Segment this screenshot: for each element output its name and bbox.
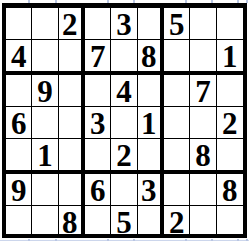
cell-r7c5[interactable] [111,174,137,206]
cell-r3c8[interactable] [190,40,216,75]
cell-r6c4[interactable] [85,139,111,174]
cell-r4c3[interactable] [59,75,85,107]
cell-r7c2[interactable] [32,174,58,206]
cell-r7c9[interactable]: 8 [217,174,243,206]
cell-r3c4[interactable]: 7 [85,40,111,75]
given-digit: 7 [195,76,211,107]
cell-r7c6[interactable]: 3 [138,174,164,206]
sudoku-board: 235478194763121289638852 [2,3,247,238]
cell-r6c6[interactable] [138,139,164,174]
cell-r3c9[interactable]: 1 [217,40,243,75]
cell-r5c9[interactable]: 2 [217,107,243,139]
spreadsheet-gridline-tick [237,0,239,3]
cell-r4c5[interactable]: 4 [111,75,137,107]
cell-r6c8[interactable]: 8 [190,139,216,174]
cell-r8c5[interactable]: 5 [111,206,137,238]
given-digit: 8 [195,140,211,171]
given-digit: 1 [37,140,53,171]
cell-r8c4[interactable] [85,206,111,238]
spreadsheet-gridline-tick [246,0,248,3]
cell-r6c9[interactable] [217,139,243,174]
spreadsheet-gridline-tick [211,0,213,3]
cell-r3c2[interactable] [32,40,58,75]
cell-r8c3[interactable]: 8 [59,206,85,238]
spreadsheet-gridline-tick [28,0,30,3]
given-digit: 2 [222,108,238,139]
given-digit: 4 [116,76,132,107]
cell-r2c8[interactable] [190,8,216,40]
given-digit: 9 [11,175,27,206]
cell-r3c3[interactable] [59,40,85,75]
cell-r4c6[interactable] [138,75,164,107]
cell-r2c2[interactable] [32,8,58,40]
given-digit: 8 [62,207,78,238]
cell-r5c4[interactable]: 3 [85,107,111,139]
cell-r3c5[interactable] [111,40,137,75]
cell-r5c5[interactable] [111,107,137,139]
cell-r2c5[interactable]: 3 [111,8,137,40]
cell-r6c1[interactable] [6,139,32,174]
given-digit: 6 [11,108,27,139]
given-digit: 1 [141,108,157,139]
cell-r2c7[interactable]: 5 [164,8,190,40]
spreadsheet-gridline-tick [133,0,135,3]
given-digit: 1 [222,41,238,72]
cell-r8c7[interactable]: 2 [164,206,190,238]
cell-r5c8[interactable] [190,107,216,139]
sudoku-screenshot: 235478194763121289638852 [0,0,249,241]
given-digit: 9 [37,76,53,107]
cell-r2c9[interactable] [217,8,243,40]
cell-r5c7[interactable] [164,107,190,139]
cell-r7c8[interactable] [190,174,216,206]
given-digit: 2 [116,140,132,171]
spreadsheet-gridline-tick [185,0,187,3]
cell-r4c2[interactable]: 9 [32,75,58,107]
cell-r2c4[interactable] [85,8,111,40]
cell-r7c4[interactable]: 6 [85,174,111,206]
cell-r8c2[interactable] [32,206,58,238]
cell-r3c6[interactable]: 8 [138,40,164,75]
given-digit: 4 [11,41,27,72]
cell-r2c1[interactable] [6,8,32,40]
cell-r4c1[interactable] [6,75,32,107]
cell-r5c2[interactable] [32,107,58,139]
given-digit: 2 [169,207,185,238]
cell-r6c5[interactable]: 2 [111,139,137,174]
cell-r6c3[interactable] [59,139,85,174]
given-digit: 3 [116,9,132,40]
cell-r2c6[interactable] [138,8,164,40]
cell-r5c6[interactable]: 1 [138,107,164,139]
cell-r4c8[interactable]: 7 [190,75,216,107]
cell-r6c2[interactable]: 1 [32,139,58,174]
cell-r4c4[interactable] [85,75,111,107]
given-digit: 3 [141,175,157,206]
spreadsheet-gridline-tick [107,0,109,3]
cell-r8c1[interactable] [6,206,32,238]
cell-r7c7[interactable] [164,174,190,206]
cell-r5c1[interactable]: 6 [6,107,32,139]
given-digit: 5 [116,207,132,238]
cell-r7c1[interactable]: 9 [6,174,32,206]
given-digit: 2 [62,9,78,40]
cell-r8c6[interactable] [138,206,164,238]
spreadsheet-gridline-tick [55,0,57,3]
cell-r7c3[interactable] [59,174,85,206]
given-digit: 5 [169,9,185,40]
cell-r2c3[interactable]: 2 [59,8,85,40]
given-digit: 7 [90,41,106,72]
cell-r6c7[interactable] [164,139,190,174]
given-digit: 8 [141,41,157,72]
cell-r8c8[interactable] [190,206,216,238]
cell-r3c7[interactable] [164,40,190,75]
given-digit: 8 [222,175,238,206]
given-digit: 6 [90,175,106,206]
given-digit: 3 [90,108,106,139]
cell-r3c1[interactable]: 4 [6,40,32,75]
cell-r5c3[interactable] [59,107,85,139]
cell-r4c7[interactable] [164,75,190,107]
cell-r4c9[interactable] [217,75,243,107]
cell-r8c9[interactable] [217,206,243,238]
